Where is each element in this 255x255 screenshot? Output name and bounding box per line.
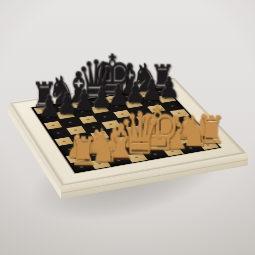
chess-set-photo: ♜♞♝♛♚♝♞♜♟♟♟♟♟♟♟♟♟♟♟♟♟♟♟♟♜♞♝♛♚♝♞♜ [0, 0, 255, 255]
board-frame: ♜♞♝♛♚♝♞♜♟♟♟♟♟♟♟♟♟♟♟♟♟♟♟♟♜♞♝♛♚♝♞♜ [8, 77, 249, 187]
chess-board: ♜♞♝♛♚♝♞♜♟♟♟♟♟♟♟♟♟♟♟♟♟♟♟♟♜♞♝♛♚♝♞♜ [8, 77, 249, 187]
board-field: ♜♞♝♛♚♝♞♜♟♟♟♟♟♟♟♟♟♟♟♟♟♟♟♟♜♞♝♛♚♝♞♜ [31, 87, 221, 173]
square-a7: ♟ [36, 112, 59, 122]
piece-white-rook: ♜ [69, 134, 98, 171]
piece-black-pawn: ♟ [38, 92, 60, 120]
scene: ♜♞♝♛♚♝♞♜♟♟♟♟♟♟♟♟♟♟♟♟♟♟♟♟♜♞♝♛♚♝♞♜ [0, 0, 255, 255]
square-a1: ♜ [69, 161, 94, 173]
